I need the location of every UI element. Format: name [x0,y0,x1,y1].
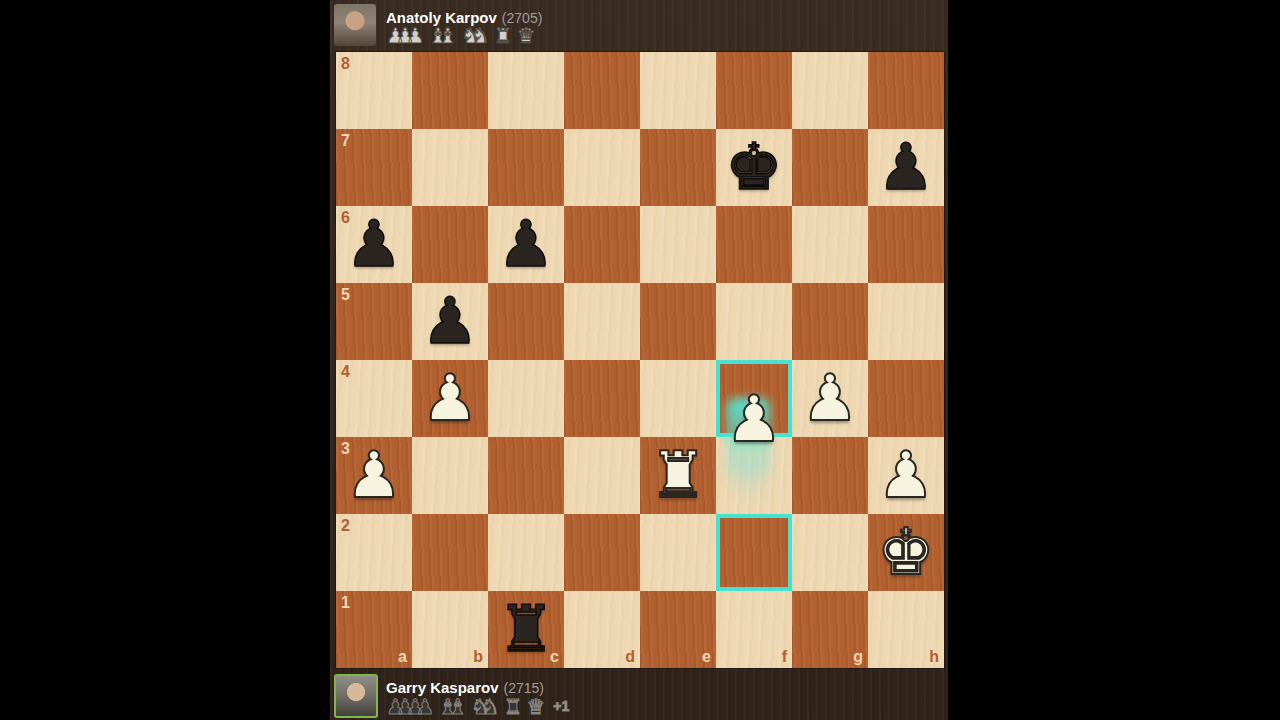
captured-knights-icon: ♞♞ [471,695,491,719]
square-g1[interactable]: g [792,591,868,668]
square-f5[interactable] [716,283,792,360]
square-h4[interactable] [868,360,944,437]
square-b3[interactable] [412,437,488,514]
captured-bishops-icon: ♝♝ [438,695,458,719]
captured-pawns-icon: ♟♟♟ [386,24,415,48]
square-a2[interactable]: 2 [336,514,412,591]
square-b4[interactable]: ♟ [412,360,488,437]
square-b5[interactable]: ♟ [412,283,488,360]
square-h5[interactable] [868,283,944,360]
square-c2[interactable] [488,514,564,591]
player-avatar[interactable] [334,674,378,718]
game-panel: Anatoly Karpov(2705) ♟♟♟♝♝♞♞♜♛ 87♚♟6♟♟5♟… [330,0,948,720]
square-c5[interactable] [488,283,564,360]
square-f6[interactable] [716,206,792,283]
file-label-f: f [782,648,787,666]
square-e1[interactable]: e [640,591,716,668]
square-d8[interactable] [564,52,640,129]
square-a8[interactable]: 8 [336,52,412,129]
square-f2[interactable] [716,514,792,591]
file-label-g: g [853,648,863,666]
captured-queen-icon: ♛ [526,695,536,719]
square-a3[interactable]: 3♟ [336,437,412,514]
square-f4[interactable]: ♟ [716,360,792,437]
piece-black-pawn-b5[interactable]: ♟ [412,283,488,360]
square-a7[interactable]: 7 [336,129,412,206]
square-d1[interactable]: d [564,591,640,668]
square-c7[interactable] [488,129,564,206]
captured-pawns-icon: ♟♟♟♟ [386,695,425,719]
square-g8[interactable] [792,52,868,129]
chess-board: 87♚♟6♟♟5♟4♟♟♟3♟♜♟2♚1abc♜defgh [336,52,944,668]
rank-label-2: 2 [341,517,350,535]
square-g4[interactable]: ♟ [792,360,868,437]
square-h1[interactable]: h [868,591,944,668]
captured-pieces-tray: ♟♟♟♝♝♞♞♜♛ [386,24,539,48]
square-d4[interactable] [564,360,640,437]
square-g2[interactable] [792,514,868,591]
bottom-player-bar: Garry Kasparov(2715) ♟♟♟♟♝♝♞♞♜♛+1 [330,668,948,720]
square-a4[interactable]: 4 [336,360,412,437]
square-c3[interactable] [488,437,564,514]
square-f7[interactable]: ♚ [716,129,792,206]
square-b8[interactable] [412,52,488,129]
file-label-d: d [625,648,635,666]
square-b1[interactable]: b [412,591,488,668]
square-e6[interactable] [640,206,716,283]
file-label-e: e [702,648,711,666]
captured-rook-icon: ♜ [494,24,504,48]
file-label-b: b [473,648,483,666]
captured-bishops-icon: ♝♝ [428,24,448,48]
square-a5[interactable]: 5 [336,283,412,360]
player-avatar[interactable] [334,4,376,46]
square-h6[interactable] [868,206,944,283]
video-frame: Anatoly Karpov(2705) ♟♟♟♝♝♞♞♜♛ 87♚♟6♟♟5♟… [0,0,1280,720]
rank-label-5: 5 [341,286,350,304]
file-label-a: a [398,648,407,666]
square-g6[interactable] [792,206,868,283]
piece-black-king-f7[interactable]: ♚ [716,129,792,206]
square-f1[interactable]: f [716,591,792,668]
square-d5[interactable] [564,283,640,360]
captured-knights-icon: ♞♞ [461,24,481,48]
square-c4[interactable] [488,360,564,437]
captured-pieces-tray: ♟♟♟♟♝♝♞♞♜♛+1 [386,694,569,718]
rank-label-8: 8 [341,55,350,73]
square-e2[interactable] [640,514,716,591]
rank-label-4: 4 [341,363,350,381]
square-g3[interactable] [792,437,868,514]
square-e5[interactable] [640,283,716,360]
square-e7[interactable] [640,129,716,206]
square-f8[interactable] [716,52,792,129]
piece-white-pawn-g4[interactable]: ♟ [792,360,868,437]
piece-black-pawn-a6[interactable]: ♟ [336,206,412,283]
piece-white-pawn-f4[interactable]: ♟ [716,381,792,458]
square-b6[interactable] [412,206,488,283]
square-h7[interactable]: ♟ [868,129,944,206]
square-d7[interactable] [564,129,640,206]
square-e4[interactable] [640,360,716,437]
square-a6[interactable]: 6♟ [336,206,412,283]
square-c8[interactable] [488,52,564,129]
captured-rook-icon: ♜ [504,695,514,719]
piece-white-pawn-a3[interactable]: ♟ [336,437,412,514]
square-e3[interactable]: ♜ [640,437,716,514]
material-advantage: +1 [553,694,569,718]
square-a1[interactable]: 1a [336,591,412,668]
piece-white-rook-e3[interactable]: ♜ [640,437,716,514]
piece-white-pawn-b4[interactable]: ♟ [412,360,488,437]
square-d2[interactable] [564,514,640,591]
captured-queen-icon: ♛ [517,24,527,48]
piece-black-pawn-c6[interactable]: ♟ [488,206,564,283]
piece-white-pawn-h3[interactable]: ♟ [868,437,944,514]
square-d6[interactable] [564,206,640,283]
piece-white-king-h2[interactable]: ♚ [868,514,944,591]
rank-label-7: 7 [341,132,350,150]
square-d3[interactable] [564,437,640,514]
square-b2[interactable] [412,514,488,591]
square-e8[interactable] [640,52,716,129]
top-player-bar: Anatoly Karpov(2705) ♟♟♟♝♝♞♞♜♛ [330,0,948,52]
square-c1[interactable]: c♜ [488,591,564,668]
square-g7[interactable] [792,129,868,206]
piece-black-pawn-h7[interactable]: ♟ [868,129,944,206]
square-b7[interactable] [412,129,488,206]
square-h3[interactable]: ♟ [868,437,944,514]
square-c6[interactable]: ♟ [488,206,564,283]
square-h2[interactable]: ♚ [868,514,944,591]
square-g5[interactable] [792,283,868,360]
rank-label-1: 1 [341,594,350,612]
piece-black-rook-c1[interactable]: ♜ [488,591,564,668]
file-label-h: h [929,648,939,666]
square-h8[interactable] [868,52,944,129]
